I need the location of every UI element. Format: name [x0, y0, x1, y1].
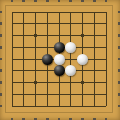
intersection-G7[interactable] — [77, 30, 89, 42]
intersection-H6[interactable] — [88, 41, 100, 53]
intersection-F4[interactable] — [65, 65, 77, 77]
intersection-A1[interactable] — [6, 100, 18, 112]
intersection-B7[interactable] — [18, 30, 30, 42]
intersection-J6[interactable] — [100, 41, 112, 53]
intersection-F6[interactable] — [65, 41, 77, 53]
coordinate-tick — [118, 69, 120, 72]
intersection-B5[interactable] — [18, 53, 30, 65]
intersection-F9[interactable] — [65, 6, 77, 18]
intersection-C8[interactable] — [30, 18, 42, 30]
intersection-C1[interactable] — [30, 100, 42, 112]
intersection-G8[interactable] — [77, 18, 89, 30]
intersection-G4[interactable] — [77, 65, 89, 77]
star-point — [34, 34, 37, 37]
intersection-H9[interactable] — [88, 6, 100, 18]
intersection-B9[interactable] — [18, 6, 30, 18]
coordinate-tick — [0, 69, 2, 72]
intersection-D1[interactable] — [41, 100, 53, 112]
intersection-H3[interactable] — [88, 77, 100, 89]
intersection-A6[interactable] — [6, 41, 18, 53]
star-point — [34, 81, 37, 84]
intersection-E9[interactable] — [53, 6, 65, 18]
intersection-G3[interactable] — [77, 77, 89, 89]
intersection-D8[interactable] — [41, 18, 53, 30]
intersection-C5[interactable] — [30, 53, 42, 65]
black-stone — [42, 54, 53, 65]
coordinate-tick — [81, 118, 84, 120]
intersection-H1[interactable] — [88, 100, 100, 112]
coordinate-tick — [11, 118, 14, 120]
intersection-H7[interactable] — [88, 30, 100, 42]
coordinate-tick — [105, 118, 108, 120]
intersection-C9[interactable] — [30, 6, 42, 18]
coordinate-tick — [105, 0, 108, 2]
intersection-C6[interactable] — [30, 41, 42, 53]
intersection-J4[interactable] — [100, 65, 112, 77]
intersection-H4[interactable] — [88, 65, 100, 77]
intersection-F7[interactable] — [65, 30, 77, 42]
intersection-D3[interactable] — [41, 77, 53, 89]
coordinate-tick — [0, 93, 2, 96]
intersection-F1[interactable] — [65, 100, 77, 112]
intersection-A9[interactable] — [6, 6, 18, 18]
intersection-B1[interactable] — [18, 100, 30, 112]
intersection-D6[interactable] — [41, 41, 53, 53]
coordinate-tick — [118, 46, 120, 49]
intersection-E4[interactable] — [53, 65, 65, 77]
intersection-F8[interactable] — [65, 18, 77, 30]
intersection-D7[interactable] — [41, 30, 53, 42]
intersection-B8[interactable] — [18, 18, 30, 30]
intersection-F3[interactable] — [65, 77, 77, 89]
intersection-A2[interactable] — [6, 88, 18, 100]
intersection-D9[interactable] — [41, 6, 53, 18]
intersection-J1[interactable] — [100, 100, 112, 112]
intersection-J7[interactable] — [100, 30, 112, 42]
intersection-G2[interactable] — [77, 88, 89, 100]
intersection-H8[interactable] — [88, 18, 100, 30]
intersection-F2[interactable] — [65, 88, 77, 100]
intersection-D4[interactable] — [41, 65, 53, 77]
coordinate-tick — [22, 118, 25, 120]
coordinate-tick — [118, 93, 120, 96]
intersection-A8[interactable] — [6, 18, 18, 30]
intersection-B3[interactable] — [18, 77, 30, 89]
coordinate-tick — [0, 58, 2, 61]
white-stone — [65, 42, 76, 53]
intersection-B6[interactable] — [18, 41, 30, 53]
intersection-F5[interactable] — [65, 53, 77, 65]
white-stone — [65, 65, 76, 76]
coordinate-tick — [0, 46, 2, 49]
intersection-A4[interactable] — [6, 65, 18, 77]
intersection-B2[interactable] — [18, 88, 30, 100]
coordinate-tick — [11, 0, 14, 2]
coordinate-tick — [34, 0, 37, 2]
white-stone — [77, 54, 88, 65]
intersection-H5[interactable] — [88, 53, 100, 65]
intersection-G5[interactable] — [77, 53, 89, 65]
intersection-C3[interactable] — [30, 77, 42, 89]
intersection-J9[interactable] — [100, 6, 112, 18]
white-stone — [54, 54, 65, 65]
coordinate-tick — [46, 0, 49, 2]
go-board — [0, 0, 120, 120]
intersection-J2[interactable] — [100, 88, 112, 100]
intersection-B4[interactable] — [18, 65, 30, 77]
black-stone — [54, 65, 65, 76]
intersection-A7[interactable] — [6, 30, 18, 42]
coordinate-tick — [118, 11, 120, 14]
coordinate-tick — [58, 0, 61, 2]
coordinate-tick — [0, 81, 2, 84]
coordinate-tick — [22, 0, 25, 2]
intersection-E5[interactable] — [53, 53, 65, 65]
intersection-G1[interactable] — [77, 100, 89, 112]
coordinate-tick — [118, 22, 120, 25]
board-grid — [6, 6, 112, 112]
intersection-A5[interactable] — [6, 53, 18, 65]
coordinate-tick — [69, 0, 72, 2]
intersection-C2[interactable] — [30, 88, 42, 100]
intersection-A3[interactable] — [6, 77, 18, 89]
coordinate-tick — [0, 11, 2, 14]
coordinate-tick — [118, 81, 120, 84]
star-point — [81, 81, 84, 84]
intersection-J5[interactable] — [100, 53, 112, 65]
intersection-J3[interactable] — [100, 77, 112, 89]
intersection-E7[interactable] — [53, 30, 65, 42]
coordinate-tick — [93, 0, 96, 2]
intersection-E8[interactable] — [53, 18, 65, 30]
intersection-G9[interactable] — [77, 6, 89, 18]
coordinate-tick — [118, 58, 120, 61]
coordinate-tick — [81, 0, 84, 2]
coordinate-tick — [93, 118, 96, 120]
intersection-G6[interactable] — [77, 41, 89, 53]
coordinate-tick — [118, 34, 120, 37]
coordinate-tick — [46, 118, 49, 120]
intersection-E1[interactable] — [53, 100, 65, 112]
coordinate-tick — [118, 105, 120, 108]
intersection-E2[interactable] — [53, 88, 65, 100]
intersection-H2[interactable] — [88, 88, 100, 100]
coordinate-tick — [0, 105, 2, 108]
intersection-D2[interactable] — [41, 88, 53, 100]
coordinate-tick — [34, 118, 37, 120]
intersection-E6[interactable] — [53, 41, 65, 53]
coordinate-tick — [58, 118, 61, 120]
intersection-C7[interactable] — [30, 30, 42, 42]
coordinate-tick — [0, 22, 2, 25]
intersection-D5[interactable] — [41, 53, 53, 65]
intersection-J8[interactable] — [100, 18, 112, 30]
intersection-C4[interactable] — [30, 65, 42, 77]
intersection-E3[interactable] — [53, 77, 65, 89]
coordinate-tick — [0, 34, 2, 37]
black-stone — [54, 42, 65, 53]
coordinate-tick — [69, 118, 72, 120]
star-point — [81, 34, 84, 37]
